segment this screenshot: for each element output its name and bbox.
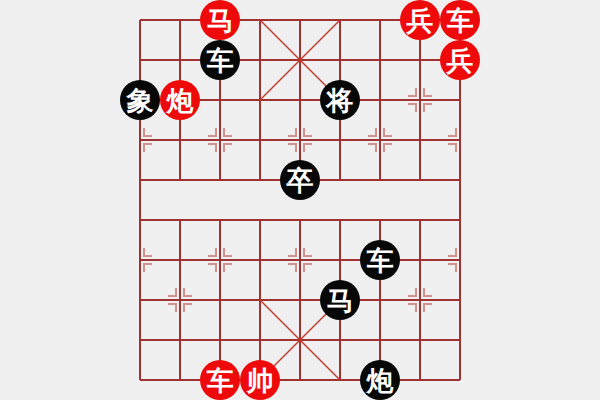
intersection-f3r4[interactable]	[200, 120, 240, 160]
piece-red-chariot[interactable]: 车	[200, 360, 240, 400]
intersection-f6r3[interactable]: 将	[320, 80, 360, 120]
intersection-f4r4[interactable]	[240, 120, 280, 160]
intersection-f5r2[interactable]	[280, 40, 320, 80]
intersection-f5r3[interactable]	[280, 80, 320, 120]
intersection-f3r3[interactable]	[200, 80, 240, 120]
intersection-f1r2[interactable]	[120, 40, 160, 80]
intersection-f4r7[interactable]	[240, 240, 280, 280]
intersection-f2r10[interactable]	[160, 360, 200, 400]
intersection-f1r1[interactable]	[120, 0, 160, 40]
intersection-f1r4[interactable]	[120, 120, 160, 160]
intersection-f5r10[interactable]	[280, 360, 320, 400]
intersection-f4r2[interactable]	[240, 40, 280, 80]
intersection-f7r10[interactable]: 炮	[360, 360, 400, 400]
intersection-f6r1[interactable]	[320, 0, 360, 40]
intersection-f7r6[interactable]	[360, 200, 400, 240]
intersection-f8r8[interactable]	[400, 280, 440, 320]
intersection-f1r7[interactable]	[120, 240, 160, 280]
intersection-f5r6[interactable]	[280, 200, 320, 240]
intersection-f8r2[interactable]	[400, 40, 440, 80]
intersection-f7r8[interactable]	[360, 280, 400, 320]
intersection-f9r7[interactable]	[440, 240, 480, 280]
intersection-f2r9[interactable]	[160, 320, 200, 360]
intersection-f4r8[interactable]	[240, 280, 280, 320]
intersection-f7r2[interactable]	[360, 40, 400, 80]
intersection-f7r7[interactable]: 车	[360, 240, 400, 280]
piece-black-chariot[interactable]: 车	[200, 40, 240, 80]
intersection-f6r8[interactable]: 马	[320, 280, 360, 320]
intersection-f8r10[interactable]	[400, 360, 440, 400]
xiangqi-board: 马兵车车兵象炮将卒车马车帅炮	[120, 0, 480, 400]
intersection-f1r9[interactable]	[120, 320, 160, 360]
intersection-f9r5[interactable]	[440, 160, 480, 200]
intersection-f8r1[interactable]: 兵	[400, 0, 440, 40]
intersection-f4r9[interactable]	[240, 320, 280, 360]
intersection-f8r6[interactable]	[400, 200, 440, 240]
intersection-f2r7[interactable]	[160, 240, 200, 280]
piece-black-soldier[interactable]: 卒	[280, 160, 320, 200]
intersection-f9r10[interactable]	[440, 360, 480, 400]
intersection-f8r7[interactable]	[400, 240, 440, 280]
intersection-f6r5[interactable]	[320, 160, 360, 200]
intersection-f2r5[interactable]	[160, 160, 200, 200]
intersection-f5r8[interactable]	[280, 280, 320, 320]
piece-black-elephant[interactable]: 象	[120, 80, 160, 120]
piece-red-cannon[interactable]: 炮	[160, 80, 200, 120]
intersection-f2r2[interactable]	[160, 40, 200, 80]
intersection-f7r5[interactable]	[360, 160, 400, 200]
intersection-f5r1[interactable]	[280, 0, 320, 40]
intersection-f9r3[interactable]	[440, 80, 480, 120]
intersection-f4r10[interactable]: 帅	[240, 360, 280, 400]
intersection-f2r8[interactable]	[160, 280, 200, 320]
intersection-f3r7[interactable]	[200, 240, 240, 280]
intersection-f7r1[interactable]	[360, 0, 400, 40]
intersection-f9r6[interactable]	[440, 200, 480, 240]
intersection-f1r10[interactable]	[120, 360, 160, 400]
intersection-f4r5[interactable]	[240, 160, 280, 200]
intersection-f7r4[interactable]	[360, 120, 400, 160]
intersection-f5r9[interactable]	[280, 320, 320, 360]
intersection-f2r1[interactable]	[160, 0, 200, 40]
intersection-f1r8[interactable]	[120, 280, 160, 320]
intersection-f4r1[interactable]	[240, 0, 280, 40]
intersection-f6r7[interactable]	[320, 240, 360, 280]
intersection-f3r5[interactable]	[200, 160, 240, 200]
intersection-f3r10[interactable]: 车	[200, 360, 240, 400]
intersection-f5r4[interactable]	[280, 120, 320, 160]
piece-red-horse[interactable]: 马	[200, 0, 240, 40]
intersection-f3r8[interactable]	[200, 280, 240, 320]
board-intersection-grid: 马兵车车兵象炮将卒车马车帅炮	[120, 0, 480, 400]
piece-black-general[interactable]: 将	[320, 80, 360, 120]
intersection-f9r9[interactable]	[440, 320, 480, 360]
intersection-f3r1[interactable]: 马	[200, 0, 240, 40]
intersection-f3r6[interactable]	[200, 200, 240, 240]
piece-red-soldier[interactable]: 兵	[400, 0, 440, 40]
intersection-f8r4[interactable]	[400, 120, 440, 160]
intersection-f5r5[interactable]: 卒	[280, 160, 320, 200]
intersection-f8r9[interactable]	[400, 320, 440, 360]
piece-red-soldier[interactable]: 兵	[440, 40, 480, 80]
intersection-f2r4[interactable]	[160, 120, 200, 160]
piece-black-chariot[interactable]: 车	[360, 240, 400, 280]
xiangqi-diagram: 马兵车车兵象炮将卒车马车帅炮	[0, 0, 600, 400]
intersection-f1r6[interactable]	[120, 200, 160, 240]
intersection-f5r7[interactable]	[280, 240, 320, 280]
intersection-f6r9[interactable]	[320, 320, 360, 360]
intersection-f6r2[interactable]	[320, 40, 360, 80]
piece-red-chariot[interactable]: 车	[440, 0, 480, 40]
intersection-f9r4[interactable]	[440, 120, 480, 160]
intersection-f4r3[interactable]	[240, 80, 280, 120]
intersection-f2r3[interactable]: 炮	[160, 80, 200, 120]
intersection-f7r3[interactable]	[360, 80, 400, 120]
intersection-f8r3[interactable]	[400, 80, 440, 120]
piece-black-horse[interactable]: 马	[320, 280, 360, 320]
intersection-f8r5[interactable]	[400, 160, 440, 200]
intersection-f9r1[interactable]: 车	[440, 0, 480, 40]
intersection-f1r3[interactable]: 象	[120, 80, 160, 120]
intersection-f9r2[interactable]: 兵	[440, 40, 480, 80]
intersection-f9r8[interactable]	[440, 280, 480, 320]
piece-black-cannon[interactable]: 炮	[360, 360, 400, 400]
intersection-f3r9[interactable]	[200, 320, 240, 360]
intersection-f6r4[interactable]	[320, 120, 360, 160]
piece-red-general[interactable]: 帅	[240, 360, 280, 400]
intersection-f7r9[interactable]	[360, 320, 400, 360]
intersection-f6r6[interactable]	[320, 200, 360, 240]
intersection-f1r5[interactable]	[120, 160, 160, 200]
intersection-f6r10[interactable]	[320, 360, 360, 400]
intersection-f2r6[interactable]	[160, 200, 200, 240]
intersection-f3r2[interactable]: 车	[200, 40, 240, 80]
intersection-f4r6[interactable]	[240, 200, 280, 240]
